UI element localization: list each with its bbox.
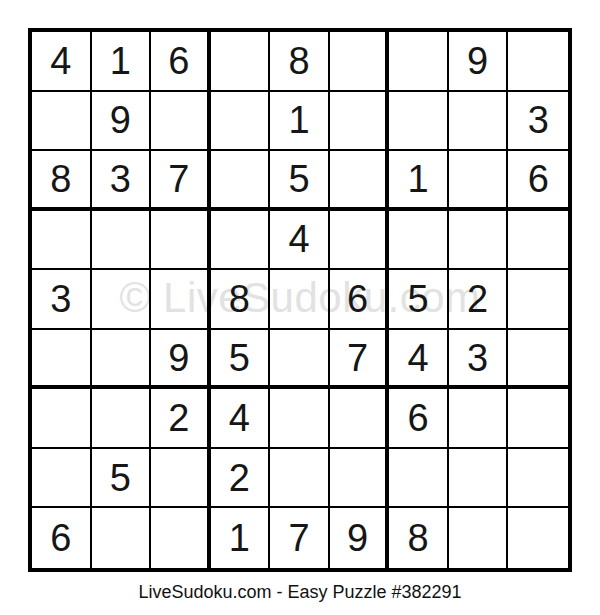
cell-r3c2[interactable]: 3	[92, 151, 152, 211]
cell-r1c5[interactable]: 8	[270, 32, 330, 92]
cell-r2c1[interactable]	[32, 92, 92, 152]
cell-r2c4[interactable]	[211, 92, 271, 152]
cell-r5c7[interactable]: 5	[389, 270, 449, 330]
cell-r6c9[interactable]	[508, 330, 568, 390]
cell-r2c6[interactable]	[330, 92, 390, 152]
cell-r9c7[interactable]: 8	[389, 508, 449, 568]
cell-r1c9[interactable]	[508, 32, 568, 92]
cell-r8c2[interactable]: 5	[92, 449, 152, 509]
cell-r6c2[interactable]	[92, 330, 152, 390]
cell-r3c5[interactable]: 5	[270, 151, 330, 211]
cell-r6c7[interactable]: 4	[389, 330, 449, 390]
cell-r5c5[interactable]	[270, 270, 330, 330]
cell-r5c4[interactable]: 8	[211, 270, 271, 330]
cell-r1c8[interactable]: 9	[449, 32, 509, 92]
cell-r1c4[interactable]	[211, 32, 271, 92]
cell-r7c5[interactable]	[270, 389, 330, 449]
cell-r3c9[interactable]: 6	[508, 151, 568, 211]
cell-r4c8[interactable]	[449, 211, 509, 271]
cell-r2c5[interactable]: 1	[270, 92, 330, 152]
cell-r2c2[interactable]: 9	[92, 92, 152, 152]
cell-r3c8[interactable]	[449, 151, 509, 211]
cell-r2c7[interactable]	[389, 92, 449, 152]
sudoku-grid: © LiveSudoku.com 41689913837516438652957…	[28, 28, 572, 572]
cell-r1c6[interactable]	[330, 32, 390, 92]
cell-r8c5[interactable]	[270, 449, 330, 509]
cell-r8c6[interactable]	[330, 449, 390, 509]
cell-r3c1[interactable]: 8	[32, 151, 92, 211]
cell-r5c2[interactable]	[92, 270, 152, 330]
cell-r4c1[interactable]	[32, 211, 92, 271]
cell-r6c5[interactable]	[270, 330, 330, 390]
cell-r3c3[interactable]: 7	[151, 151, 211, 211]
cell-r1c3[interactable]: 6	[151, 32, 211, 92]
cell-r4c6[interactable]	[330, 211, 390, 271]
cell-r4c9[interactable]	[508, 211, 568, 271]
cell-r9c3[interactable]	[151, 508, 211, 568]
cell-r5c9[interactable]	[508, 270, 568, 330]
cell-r6c8[interactable]: 3	[449, 330, 509, 390]
cell-r6c3[interactable]: 9	[151, 330, 211, 390]
cell-r3c4[interactable]	[211, 151, 271, 211]
cell-r5c1[interactable]: 3	[32, 270, 92, 330]
cell-r9c2[interactable]	[92, 508, 152, 568]
cell-r5c3[interactable]	[151, 270, 211, 330]
cell-r2c9[interactable]: 3	[508, 92, 568, 152]
cell-r9c8[interactable]	[449, 508, 509, 568]
cell-r7c3[interactable]: 2	[151, 389, 211, 449]
cell-r1c2[interactable]: 1	[92, 32, 152, 92]
cell-r7c9[interactable]	[508, 389, 568, 449]
cell-r3c6[interactable]	[330, 151, 390, 211]
cell-r2c8[interactable]	[449, 92, 509, 152]
cell-r8c4[interactable]: 2	[211, 449, 271, 509]
cell-r8c8[interactable]	[449, 449, 509, 509]
cell-r6c4[interactable]: 5	[211, 330, 271, 390]
cell-r8c9[interactable]	[508, 449, 568, 509]
cell-r4c2[interactable]	[92, 211, 152, 271]
cell-r9c1[interactable]: 6	[32, 508, 92, 568]
cell-r9c4[interactable]: 1	[211, 508, 271, 568]
cell-r2c3[interactable]	[151, 92, 211, 152]
cell-r6c1[interactable]	[32, 330, 92, 390]
cell-r4c3[interactable]	[151, 211, 211, 271]
cell-r9c5[interactable]: 7	[270, 508, 330, 568]
cell-r5c8[interactable]: 2	[449, 270, 509, 330]
cell-r4c7[interactable]	[389, 211, 449, 271]
cell-r1c1[interactable]: 4	[32, 32, 92, 92]
cell-r9c9[interactable]	[508, 508, 568, 568]
cell-r7c4[interactable]: 4	[211, 389, 271, 449]
cell-r4c5[interactable]: 4	[270, 211, 330, 271]
cell-r7c6[interactable]	[330, 389, 390, 449]
cell-r9c6[interactable]: 9	[330, 508, 390, 568]
cell-r1c7[interactable]	[389, 32, 449, 92]
caption: LiveSudoku.com - Easy Puzzle #382291	[0, 582, 600, 603]
cell-r8c7[interactable]	[389, 449, 449, 509]
cell-r8c3[interactable]	[151, 449, 211, 509]
cell-r7c1[interactable]	[32, 389, 92, 449]
cell-r4c4[interactable]	[211, 211, 271, 271]
cell-r7c7[interactable]: 6	[389, 389, 449, 449]
cell-r7c8[interactable]	[449, 389, 509, 449]
cell-r3c7[interactable]: 1	[389, 151, 449, 211]
cell-r5c6[interactable]: 6	[330, 270, 390, 330]
cell-r8c1[interactable]	[32, 449, 92, 509]
cell-r6c6[interactable]: 7	[330, 330, 390, 390]
cell-r7c2[interactable]	[92, 389, 152, 449]
